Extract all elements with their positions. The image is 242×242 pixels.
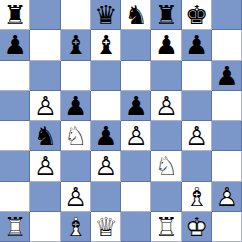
white-pawn-outline-icon: ♙ (212, 182, 242, 212)
square-g8[interactable]: ♚ (182, 0, 212, 30)
square-b8[interactable] (30, 0, 60, 30)
black-pawn-icon: ♟ (0, 30, 30, 60)
square-a4[interactable] (0, 121, 30, 151)
square-c5[interactable]: ♟ (61, 91, 91, 121)
white-king-outline-icon: ♔ (182, 212, 212, 242)
square-e5[interactable]: ♟ (121, 91, 151, 121)
square-b7[interactable] (30, 30, 60, 60)
white-king-icon: ♚ (182, 212, 212, 242)
white-pawn-icon: ♟ (182, 121, 212, 151)
square-g1[interactable]: ♚♔ (182, 212, 212, 242)
black-rook-icon: ♜ (151, 0, 181, 30)
black-pawn-icon: ♟ (182, 30, 212, 60)
white-pawn-icon: ♟ (30, 151, 60, 181)
square-e8[interactable]: ♞ (121, 0, 151, 30)
white-pawn-icon: ♟ (30, 91, 60, 121)
black-bishop-icon: ♝ (91, 30, 121, 60)
black-pawn-icon: ♟ (91, 121, 121, 151)
white-pawn-outline-icon: ♙ (182, 121, 212, 151)
square-a3[interactable] (0, 151, 30, 181)
square-d8[interactable]: ♛ (91, 0, 121, 30)
square-f4[interactable] (151, 121, 181, 151)
white-pawn-outline-icon: ♙ (91, 151, 121, 181)
square-g3[interactable] (182, 151, 212, 181)
square-g4[interactable]: ♟♙ (182, 121, 212, 151)
square-g5[interactable] (182, 91, 212, 121)
square-b4[interactable]: ♞ (30, 121, 60, 151)
square-g2[interactable]: ♝♗ (182, 182, 212, 212)
square-d4[interactable]: ♟ (91, 121, 121, 151)
white-rook-outline-icon: ♖ (151, 212, 181, 242)
square-a1[interactable]: ♜♖ (0, 212, 30, 242)
square-g7[interactable]: ♟ (182, 30, 212, 60)
square-f5[interactable]: ♟♙ (151, 91, 181, 121)
square-c8[interactable] (61, 0, 91, 30)
square-d6[interactable] (91, 61, 121, 91)
white-pawn-icon: ♟ (121, 121, 151, 151)
square-d1[interactable]: ♛♕ (91, 212, 121, 242)
white-pawn-outline-icon: ♙ (151, 91, 181, 121)
square-h5[interactable] (212, 91, 242, 121)
square-e3[interactable] (121, 151, 151, 181)
square-d5[interactable] (91, 91, 121, 121)
square-e1[interactable] (121, 212, 151, 242)
square-h4[interactable] (212, 121, 242, 151)
white-knight-icon: ♞ (151, 151, 181, 181)
square-f8[interactable]: ♜ (151, 0, 181, 30)
square-b6[interactable] (30, 61, 60, 91)
white-pawn-icon: ♟ (91, 151, 121, 181)
square-a5[interactable] (0, 91, 30, 121)
square-g6[interactable] (182, 61, 212, 91)
square-b3[interactable]: ♟♙ (30, 151, 60, 181)
square-h7[interactable] (212, 30, 242, 60)
chess-board-wrap: ♜♛♞♜♚♟♝♝♟♟♟♟♙♟♟♟♙♞♞♘♟♟♙♟♙♟♙♟♙♞♘♟♙♝♗♟♙♜♖♝… (0, 0, 242, 242)
white-rook-outline-icon: ♖ (0, 212, 30, 242)
white-pawn-icon: ♟ (61, 182, 91, 212)
black-bishop-icon: ♝ (61, 30, 91, 60)
square-c7[interactable]: ♝ (61, 30, 91, 60)
square-h3[interactable] (212, 151, 242, 181)
square-d7[interactable]: ♝ (91, 30, 121, 60)
square-c4[interactable]: ♞♘ (61, 121, 91, 151)
black-pawn-icon: ♟ (121, 91, 151, 121)
square-h6[interactable]: ♟ (212, 61, 242, 91)
square-a2[interactable] (0, 182, 30, 212)
square-f1[interactable]: ♜♖ (151, 212, 181, 242)
white-rook-icon: ♜ (0, 212, 30, 242)
white-pawn-outline-icon: ♙ (30, 151, 60, 181)
square-e2[interactable] (121, 182, 151, 212)
square-h8[interactable] (212, 0, 242, 30)
square-c1[interactable]: ♝♗ (61, 212, 91, 242)
square-d3[interactable]: ♟♙ (91, 151, 121, 181)
black-pawn-icon: ♟ (151, 30, 181, 60)
black-rook-icon: ♜ (0, 0, 30, 30)
black-queen-icon: ♛ (91, 0, 121, 30)
white-bishop-outline-icon: ♗ (61, 212, 91, 242)
square-e7[interactable] (121, 30, 151, 60)
square-a7[interactable]: ♟ (0, 30, 30, 60)
white-queen-icon: ♛ (91, 212, 121, 242)
square-c6[interactable] (61, 61, 91, 91)
white-knight-outline-icon: ♘ (61, 121, 91, 151)
black-pawn-icon: ♟ (212, 61, 242, 91)
square-b1[interactable] (30, 212, 60, 242)
white-bishop-icon: ♝ (182, 182, 212, 212)
white-bishop-icon: ♝ (61, 212, 91, 242)
white-queen-outline-icon: ♕ (91, 212, 121, 242)
square-b5[interactable]: ♟♙ (30, 91, 60, 121)
white-pawn-outline-icon: ♙ (61, 182, 91, 212)
white-pawn-icon: ♟ (151, 91, 181, 121)
square-e6[interactable] (121, 61, 151, 91)
square-b2[interactable] (30, 182, 60, 212)
square-f3[interactable]: ♞♘ (151, 151, 181, 181)
square-c3[interactable] (61, 151, 91, 181)
square-a8[interactable]: ♜ (0, 0, 30, 30)
white-pawn-outline-icon: ♙ (121, 121, 151, 151)
white-knight-icon: ♞ (61, 121, 91, 151)
square-h2[interactable]: ♟♙ (212, 182, 242, 212)
white-bishop-outline-icon: ♗ (182, 182, 212, 212)
black-pawn-icon: ♟ (61, 91, 91, 121)
square-f6[interactable] (151, 61, 181, 91)
black-knight-icon: ♞ (121, 0, 151, 30)
black-knight-icon: ♞ (30, 121, 60, 151)
chess-board: ♜♛♞♜♚♟♝♝♟♟♟♟♙♟♟♟♙♞♞♘♟♟♙♟♙♟♙♟♙♞♘♟♙♝♗♟♙♜♖♝… (0, 0, 242, 242)
white-pawn-outline-icon: ♙ (30, 91, 60, 121)
white-rook-icon: ♜ (151, 212, 181, 242)
square-a6[interactable] (0, 61, 30, 91)
black-king-icon: ♚ (182, 0, 212, 30)
square-d2[interactable] (91, 182, 121, 212)
white-knight-outline-icon: ♘ (151, 151, 181, 181)
white-pawn-icon: ♟ (212, 182, 242, 212)
square-f7[interactable]: ♟ (151, 30, 181, 60)
square-f2[interactable] (151, 182, 181, 212)
square-h1[interactable] (212, 212, 242, 242)
square-e4[interactable]: ♟♙ (121, 121, 151, 151)
square-c2[interactable]: ♟♙ (61, 182, 91, 212)
